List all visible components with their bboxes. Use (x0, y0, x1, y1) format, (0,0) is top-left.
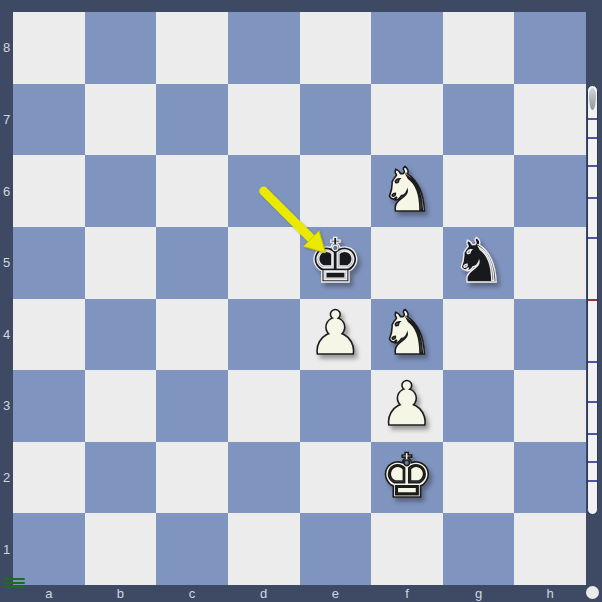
square-c1[interactable] (156, 513, 228, 585)
evaluation-tick (588, 361, 597, 363)
menu-icon-bar (4, 578, 25, 580)
file-label-d: d (228, 585, 300, 602)
square-h8[interactable] (514, 12, 586, 84)
square-d6[interactable] (228, 155, 300, 227)
menu-icon-bar (4, 586, 25, 588)
square-c5[interactable] (156, 227, 228, 299)
file-label-c: c (156, 585, 228, 602)
square-e4[interactable]: ♟ (300, 299, 372, 371)
square-e7[interactable] (300, 84, 372, 156)
piece-white-pawn[interactable]: ♟ (308, 302, 363, 363)
square-f6[interactable]: ♞ (371, 155, 443, 227)
square-c8[interactable] (156, 12, 228, 84)
piece-black-king[interactable]: ♚ (308, 230, 363, 291)
menu-icon-bar (4, 582, 25, 584)
square-a3[interactable] (13, 370, 85, 442)
evaluation-tick (588, 480, 597, 482)
square-d8[interactable] (228, 12, 300, 84)
file-label-h: h (514, 585, 586, 602)
square-b7[interactable] (85, 84, 157, 156)
evaluation-tick (588, 165, 597, 167)
square-g6[interactable] (443, 155, 515, 227)
file-label-f: f (371, 585, 443, 602)
square-d4[interactable] (228, 299, 300, 371)
square-f3[interactable]: ♟ (371, 370, 443, 442)
square-d7[interactable] (228, 84, 300, 156)
square-a2[interactable] (13, 442, 85, 514)
evaluation-tick (588, 197, 597, 199)
square-f8[interactable] (371, 12, 443, 84)
evaluation-tick (588, 118, 597, 120)
square-h7[interactable] (514, 84, 586, 156)
piece-white-king[interactable]: ♚ (380, 445, 435, 506)
evaluation-tick (588, 137, 597, 139)
square-a6[interactable] (13, 155, 85, 227)
square-a5[interactable] (13, 227, 85, 299)
square-b4[interactable] (85, 299, 157, 371)
square-g5[interactable]: ♞ (443, 227, 515, 299)
file-label-e: e (300, 585, 372, 602)
square-c3[interactable] (156, 370, 228, 442)
evaluation-tick (588, 461, 597, 463)
rank-label-6: 6 (0, 155, 13, 227)
piece-white-knight[interactable]: ♞ (380, 302, 435, 363)
square-a4[interactable] (13, 299, 85, 371)
evaluation-tick (588, 433, 597, 435)
rank-label-1: 1 (0, 513, 13, 585)
square-f2[interactable]: ♚ (371, 442, 443, 514)
square-a1[interactable] (13, 513, 85, 585)
square-h3[interactable] (514, 370, 586, 442)
square-e6[interactable] (300, 155, 372, 227)
evaluation-tick (588, 401, 597, 403)
square-d3[interactable] (228, 370, 300, 442)
piece-white-pawn[interactable]: ♟ (380, 373, 435, 434)
square-h2[interactable] (514, 442, 586, 514)
square-f5[interactable] (371, 227, 443, 299)
square-b1[interactable] (85, 513, 157, 585)
rank-label-4: 4 (0, 299, 13, 371)
square-f4[interactable]: ♞ (371, 299, 443, 371)
rank-label-5: 5 (0, 227, 13, 299)
status-indicator-dot (586, 586, 599, 599)
rank-label-3: 3 (0, 370, 13, 442)
square-e8[interactable] (300, 12, 372, 84)
square-b2[interactable] (85, 442, 157, 514)
square-g7[interactable] (443, 84, 515, 156)
square-d5[interactable] (228, 227, 300, 299)
square-h1[interactable] (514, 513, 586, 585)
square-c7[interactable] (156, 84, 228, 156)
square-b3[interactable] (85, 370, 157, 442)
square-b6[interactable] (85, 155, 157, 227)
square-g4[interactable] (443, 299, 515, 371)
square-c4[interactable] (156, 299, 228, 371)
square-g3[interactable] (443, 370, 515, 442)
rank-label-7: 7 (0, 84, 13, 156)
square-a8[interactable] (13, 12, 85, 84)
rank-label-8: 8 (0, 12, 13, 84)
evaluation-thumb[interactable] (589, 88, 596, 110)
square-e2[interactable] (300, 442, 372, 514)
square-f1[interactable] (371, 513, 443, 585)
square-e1[interactable] (300, 513, 372, 585)
file-label-g: g (443, 585, 515, 602)
evaluation-tick (588, 237, 597, 239)
square-e3[interactable] (300, 370, 372, 442)
square-d2[interactable] (228, 442, 300, 514)
square-h4[interactable] (514, 299, 586, 371)
square-c2[interactable] (156, 442, 228, 514)
piece-white-knight[interactable]: ♞ (380, 159, 435, 220)
evaluation-bar[interactable] (587, 85, 598, 515)
file-label-b: b (85, 585, 157, 602)
square-g8[interactable] (443, 12, 515, 84)
square-d1[interactable] (228, 513, 300, 585)
square-g1[interactable] (443, 513, 515, 585)
rank-label-2: 2 (0, 442, 13, 514)
square-c6[interactable] (156, 155, 228, 227)
square-b5[interactable] (85, 227, 157, 299)
square-b8[interactable] (85, 12, 157, 84)
piece-black-knight[interactable]: ♞ (451, 230, 506, 291)
chess-app-window: ♞♚♞♟♞♟♚ 87654321 abcdefgh (0, 0, 602, 602)
square-e5[interactable]: ♚ (300, 227, 372, 299)
evaluation-center-tick (588, 299, 597, 301)
square-f7[interactable] (371, 84, 443, 156)
square-g2[interactable] (443, 442, 515, 514)
square-a7[interactable] (13, 84, 85, 156)
square-h6[interactable] (514, 155, 586, 227)
menu-icon[interactable] (4, 578, 25, 590)
square-h5[interactable] (514, 227, 586, 299)
chess-board: ♞♚♞♟♞♟♚ (13, 12, 586, 585)
